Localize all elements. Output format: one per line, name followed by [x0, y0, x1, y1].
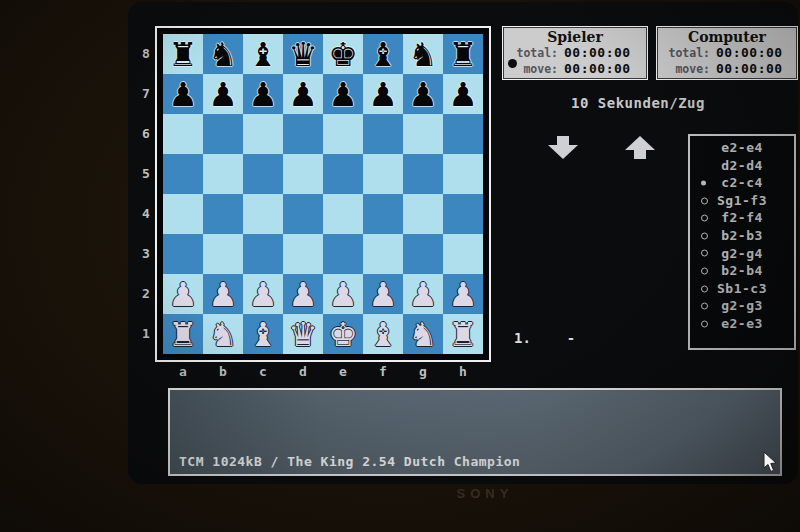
square-h6[interactable]: [443, 114, 483, 154]
rank-label-7: 7: [136, 74, 156, 114]
file-label-e: e: [323, 364, 363, 380]
black-pawn: ♟: [323, 74, 363, 114]
computer-total-label: total:: [664, 45, 710, 61]
rank-label-1: 1: [136, 314, 156, 354]
square-g8[interactable]: ♞: [403, 34, 443, 74]
level-increase-arrow-icon[interactable]: [625, 136, 655, 160]
square-f3[interactable]: [363, 234, 403, 274]
level-decrease-arrow-icon[interactable]: [548, 136, 578, 160]
square-f1[interactable]: ♝: [363, 314, 403, 354]
square-d1[interactable]: ♛: [283, 314, 323, 354]
white-rook: ♜: [163, 314, 203, 354]
candidate-move-row: c2-c4: [690, 174, 794, 192]
square-a5[interactable]: [163, 154, 203, 194]
player-move-time: 00:00:00: [564, 61, 638, 77]
square-f7[interactable]: ♟: [363, 74, 403, 114]
candidate-move-row: b2-b4: [690, 262, 794, 280]
black-pawn: ♟: [363, 74, 403, 114]
black-queen: ♛: [283, 34, 323, 74]
white-bishop: ♝: [363, 314, 403, 354]
square-b2[interactable]: ♟: [203, 274, 243, 314]
square-d8[interactable]: ♛: [283, 34, 323, 74]
square-g7[interactable]: ♟: [403, 74, 443, 114]
square-c6[interactable]: [243, 114, 283, 154]
square-h7[interactable]: ♟: [443, 74, 483, 114]
candidate-move-panel: e2-e4d2-d4c2-c4Sg1-f3f2-f4b2-b3g2-g4b2-b…: [688, 134, 796, 350]
square-a3[interactable]: [163, 234, 203, 274]
black-bishop: ♝: [363, 34, 403, 74]
white-pawn: ♟: [203, 274, 243, 314]
computer-clock-title: Computer: [657, 29, 797, 45]
player-move-label: move:: [512, 61, 558, 77]
square-g3[interactable]: [403, 234, 443, 274]
candidate-move-text: d2-d4: [690, 157, 794, 175]
black-bishop: ♝: [243, 34, 283, 74]
square-d2[interactable]: ♟: [283, 274, 323, 314]
level-setting: 10 Sekunden/Zug: [488, 95, 788, 111]
mouse-cursor-icon: [763, 452, 778, 477]
square-b5[interactable]: [203, 154, 243, 194]
player-clock-title: Spieler: [503, 29, 647, 45]
square-h1[interactable]: ♜: [443, 314, 483, 354]
move-circle-icon: [701, 232, 708, 239]
move-circle-icon: [701, 250, 708, 257]
square-h3[interactable]: [443, 234, 483, 274]
square-h4[interactable]: [443, 194, 483, 234]
chessboard: ♜♞♝♛♚♝♞♜♟♟♟♟♟♟♟♟♟♟♟♟♟♟♟♟♜♞♝♛♚♝♞♜: [163, 34, 483, 354]
move-placeholder: -: [567, 330, 575, 346]
square-a8[interactable]: ♜: [163, 34, 203, 74]
file-label-g: g: [403, 364, 443, 380]
candidate-move-text: e2-e4: [690, 139, 794, 157]
file-label-a: a: [163, 364, 203, 380]
crt-bezel: 87654321 abcdefgh ♜♞♝♛♚♝♞♜♟♟♟♟♟♟♟♟♟♟♟♟♟♟…: [0, 0, 800, 532]
rank-label-3: 3: [136, 234, 156, 274]
candidate-move-row: g2-g3: [690, 297, 794, 315]
player-clock-panel: Spieler total: 00:00:00 move: 00:00:00: [502, 26, 648, 80]
move-circle-icon: [701, 285, 708, 292]
square-a4[interactable]: [163, 194, 203, 234]
black-pawn: ♟: [203, 74, 243, 114]
computer-move-label: move:: [664, 61, 710, 77]
candidate-move-row: b2-b3: [690, 227, 794, 245]
square-b3[interactable]: [203, 234, 243, 274]
black-pawn: ♟: [283, 74, 323, 114]
square-g6[interactable]: [403, 114, 443, 154]
rank-label-6: 6: [136, 114, 156, 154]
square-a1[interactable]: ♜: [163, 314, 203, 354]
white-knight: ♞: [203, 314, 243, 354]
square-g5[interactable]: [403, 154, 443, 194]
file-label-d: d: [283, 364, 323, 380]
square-e6[interactable]: [323, 114, 363, 154]
white-pawn: ♟: [323, 274, 363, 314]
black-king: ♚: [323, 34, 363, 74]
square-h8[interactable]: ♜: [443, 34, 483, 74]
candidate-move-row: g2-g4: [690, 245, 794, 263]
black-knight: ♞: [403, 34, 443, 74]
current-move-dot-icon: [701, 180, 706, 185]
square-e2[interactable]: ♟: [323, 274, 363, 314]
white-pawn: ♟: [283, 274, 323, 314]
square-c5[interactable]: [243, 154, 283, 194]
white-pawn: ♟: [443, 274, 483, 314]
square-d6[interactable]: [283, 114, 323, 154]
square-b8[interactable]: ♞: [203, 34, 243, 74]
turn-indicator-dot: [508, 59, 517, 68]
move-circle-icon: [701, 215, 708, 222]
black-rook: ♜: [443, 34, 483, 74]
info-panel: TCM 1024kB / The King 2.54 Dutch Champio…: [168, 388, 782, 476]
rank-label-8: 8: [136, 34, 156, 74]
monitor-brand-logo: SONY: [430, 486, 540, 501]
square-d5[interactable]: [283, 154, 323, 194]
candidate-move-row: d2-d4: [690, 157, 794, 175]
move-circle-icon: [701, 320, 708, 327]
white-rook: ♜: [443, 314, 483, 354]
square-d3[interactable]: [283, 234, 323, 274]
move-circle-icon: [701, 197, 708, 204]
square-f8[interactable]: ♝: [363, 34, 403, 74]
white-pawn: ♟: [243, 274, 283, 314]
square-c3[interactable]: [243, 234, 283, 274]
square-g2[interactable]: ♟: [403, 274, 443, 314]
square-a7[interactable]: ♟: [163, 74, 203, 114]
square-e3[interactable]: [323, 234, 363, 274]
square-c8[interactable]: ♝: [243, 34, 283, 74]
white-knight: ♞: [403, 314, 443, 354]
white-pawn: ♟: [403, 274, 443, 314]
black-rook: ♜: [163, 34, 203, 74]
square-f6[interactable]: [363, 114, 403, 154]
square-g4[interactable]: [403, 194, 443, 234]
black-pawn: ♟: [443, 74, 483, 114]
file-label-b: b: [203, 364, 243, 380]
square-f2[interactable]: ♟: [363, 274, 403, 314]
file-label-c: c: [243, 364, 283, 380]
computer-total-time: 00:00:00: [716, 45, 790, 61]
square-c2[interactable]: ♟: [243, 274, 283, 314]
white-bishop: ♝: [243, 314, 283, 354]
candidate-move-row: Sb1-c3: [690, 280, 794, 298]
black-pawn: ♟: [243, 74, 283, 114]
movelist-row: 1. -: [514, 330, 575, 346]
square-e8[interactable]: ♚: [323, 34, 363, 74]
square-b6[interactable]: [203, 114, 243, 154]
rank-label-5: 5: [136, 154, 156, 194]
square-e5[interactable]: [323, 154, 363, 194]
black-pawn: ♟: [163, 74, 203, 114]
square-h5[interactable]: [443, 154, 483, 194]
computer-move-time: 00:00:00: [716, 61, 790, 77]
file-label-f: f: [363, 364, 403, 380]
square-b1[interactable]: ♞: [203, 314, 243, 354]
square-f4[interactable]: [363, 194, 403, 234]
square-e4[interactable]: [323, 194, 363, 234]
white-pawn: ♟: [163, 274, 203, 314]
candidate-move-row: Sg1-f3: [690, 192, 794, 210]
square-h2[interactable]: ♟: [443, 274, 483, 314]
file-labels: abcdefgh: [163, 364, 483, 380]
square-c4[interactable]: [243, 194, 283, 234]
computer-clock-panel: Computer total: 00:00:00 move: 00:00:00: [656, 26, 798, 80]
square-b4[interactable]: [203, 194, 243, 234]
move-circle-icon: [701, 267, 708, 274]
square-b7[interactable]: ♟: [203, 74, 243, 114]
candidate-move-row: f2-f4: [690, 209, 794, 227]
chessboard-frame: ♜♞♝♛♚♝♞♜♟♟♟♟♟♟♟♟♟♟♟♟♟♟♟♟♜♞♝♛♚♝♞♜: [155, 26, 491, 362]
move-number: 1.: [514, 330, 531, 346]
square-a6[interactable]: [163, 114, 203, 154]
square-e7[interactable]: ♟: [323, 74, 363, 114]
white-queen: ♛: [283, 314, 323, 354]
square-c7[interactable]: ♟: [243, 74, 283, 114]
square-f5[interactable]: [363, 154, 403, 194]
square-e1[interactable]: ♚: [323, 314, 363, 354]
square-g1[interactable]: ♞: [403, 314, 443, 354]
screen: 87654321 abcdefgh ♜♞♝♛♚♝♞♜♟♟♟♟♟♟♟♟♟♟♟♟♟♟…: [128, 2, 798, 484]
square-a2[interactable]: ♟: [163, 274, 203, 314]
candidate-move-row: e2-e3: [690, 315, 794, 333]
square-d7[interactable]: ♟: [283, 74, 323, 114]
candidate-move-row: e2-e4: [690, 139, 794, 157]
status-bar: TCM 1024kB / The King 2.54 Dutch Champio…: [179, 454, 520, 469]
rank-label-4: 4: [136, 194, 156, 234]
move-circle-icon: [701, 303, 708, 310]
file-label-h: h: [443, 364, 483, 380]
white-pawn: ♟: [363, 274, 403, 314]
rank-labels: 87654321: [136, 34, 156, 354]
square-c1[interactable]: ♝: [243, 314, 283, 354]
rank-label-2: 2: [136, 274, 156, 314]
square-d4[interactable]: [283, 194, 323, 234]
player-total-label: total:: [512, 45, 558, 61]
player-total-time: 00:00:00: [564, 45, 638, 61]
black-pawn: ♟: [403, 74, 443, 114]
white-king: ♚: [323, 314, 363, 354]
black-knight: ♞: [203, 34, 243, 74]
